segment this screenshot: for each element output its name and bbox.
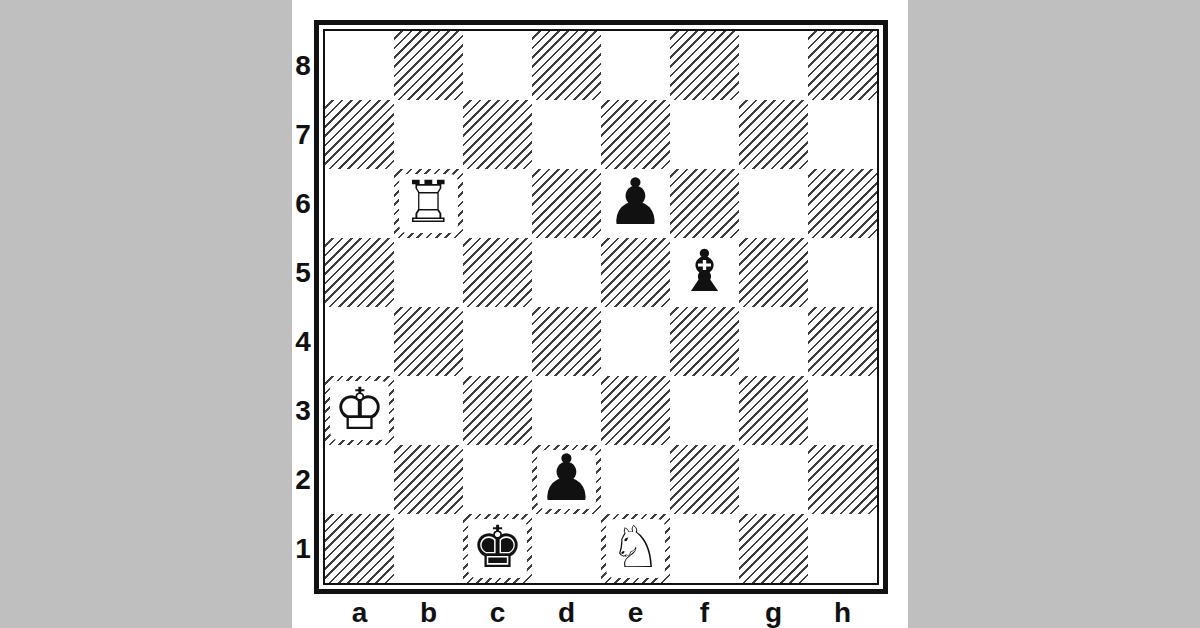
rank-label-1: 1	[292, 514, 314, 583]
square-f3[interactable]	[670, 376, 739, 445]
piece-white-knight: ♘	[610, 518, 662, 576]
square-b6[interactable]: ♖	[394, 169, 463, 238]
square-d3[interactable]	[532, 376, 601, 445]
rank-label-6: 6	[292, 169, 314, 238]
square-e5[interactable]	[601, 238, 670, 307]
square-b5[interactable]	[394, 238, 463, 307]
square-d1[interactable]	[532, 514, 601, 583]
square-d6[interactable]	[532, 169, 601, 238]
chess-board-frame: ♖♟♝♔♟♚♘	[314, 20, 888, 594]
square-e7[interactable]	[601, 100, 670, 169]
piece-white-rook: ♖	[403, 173, 455, 231]
rank-label-3: 3	[292, 376, 314, 445]
page-background: 87654321 ♖♟♝♔♟♚♘ abcdefgh	[0, 0, 1200, 628]
rank-label-7: 7	[292, 100, 314, 169]
square-c5[interactable]	[463, 238, 532, 307]
square-h4[interactable]	[808, 307, 877, 376]
square-f8[interactable]	[670, 31, 739, 100]
piece-black-pawn: ♟	[538, 446, 595, 510]
piece-black-bishop: ♝	[679, 242, 731, 300]
square-d4[interactable]	[532, 307, 601, 376]
square-c3[interactable]	[463, 376, 532, 445]
chess-diagram: 87654321 ♖♟♝♔♟♚♘ abcdefgh	[292, 20, 888, 628]
square-c8[interactable]	[463, 31, 532, 100]
square-c6[interactable]	[463, 169, 532, 238]
square-e1[interactable]: ♘	[601, 514, 670, 583]
square-c4[interactable]	[463, 307, 532, 376]
square-a6[interactable]	[325, 169, 394, 238]
piece-black-king: ♚	[472, 518, 524, 576]
square-d7[interactable]	[532, 100, 601, 169]
square-a7[interactable]	[325, 100, 394, 169]
chess-board: ♖♟♝♔♟♚♘	[323, 29, 879, 585]
square-g1[interactable]	[739, 514, 808, 583]
square-e2[interactable]	[601, 445, 670, 514]
square-b8[interactable]	[394, 31, 463, 100]
piece-black-pawn: ♟	[607, 170, 664, 234]
square-d8[interactable]	[532, 31, 601, 100]
rank-label-5: 5	[292, 238, 314, 307]
square-a5[interactable]	[325, 238, 394, 307]
file-label-a: a	[325, 597, 394, 628]
square-a2[interactable]	[325, 445, 394, 514]
square-f1[interactable]	[670, 514, 739, 583]
square-g8[interactable]	[739, 31, 808, 100]
square-g5[interactable]	[739, 238, 808, 307]
diagram-panel: 87654321 ♖♟♝♔♟♚♘ abcdefgh	[292, 0, 908, 628]
square-a3[interactable]: ♔	[325, 376, 394, 445]
file-label-h: h	[808, 597, 877, 628]
square-f2[interactable]	[670, 445, 739, 514]
file-label-b: b	[394, 597, 463, 628]
square-h5[interactable]	[808, 238, 877, 307]
square-e6[interactable]: ♟	[601, 169, 670, 238]
square-a8[interactable]	[325, 31, 394, 100]
file-label-f: f	[670, 597, 739, 628]
square-h2[interactable]	[808, 445, 877, 514]
square-h1[interactable]	[808, 514, 877, 583]
square-c2[interactable]	[463, 445, 532, 514]
square-f5[interactable]: ♝	[670, 238, 739, 307]
square-b3[interactable]	[394, 376, 463, 445]
square-b7[interactable]	[394, 100, 463, 169]
square-e4[interactable]	[601, 307, 670, 376]
file-label-g: g	[739, 597, 808, 628]
square-h7[interactable]	[808, 100, 877, 169]
square-f4[interactable]	[670, 307, 739, 376]
file-label-e: e	[601, 597, 670, 628]
rank-labels: 87654321	[292, 20, 314, 594]
square-c1[interactable]: ♚	[463, 514, 532, 583]
file-labels: abcdefgh	[314, 597, 888, 628]
square-h6[interactable]	[808, 169, 877, 238]
square-g3[interactable]	[739, 376, 808, 445]
square-f7[interactable]	[670, 100, 739, 169]
square-a4[interactable]	[325, 307, 394, 376]
rank-label-4: 4	[292, 307, 314, 376]
square-e8[interactable]	[601, 31, 670, 100]
square-b4[interactable]	[394, 307, 463, 376]
square-a1[interactable]	[325, 514, 394, 583]
square-g7[interactable]	[739, 100, 808, 169]
square-g2[interactable]	[739, 445, 808, 514]
square-d5[interactable]	[532, 238, 601, 307]
square-d2[interactable]: ♟	[532, 445, 601, 514]
square-g6[interactable]	[739, 169, 808, 238]
square-h3[interactable]	[808, 376, 877, 445]
square-h8[interactable]	[808, 31, 877, 100]
file-label-c: c	[463, 597, 532, 628]
rank-label-8: 8	[292, 31, 314, 100]
square-e3[interactable]	[601, 376, 670, 445]
file-label-d: d	[532, 597, 601, 628]
square-f6[interactable]	[670, 169, 739, 238]
square-c7[interactable]	[463, 100, 532, 169]
square-b1[interactable]	[394, 514, 463, 583]
rank-label-2: 2	[292, 445, 314, 514]
square-g4[interactable]	[739, 307, 808, 376]
square-b2[interactable]	[394, 445, 463, 514]
piece-white-king: ♔	[334, 380, 386, 438]
